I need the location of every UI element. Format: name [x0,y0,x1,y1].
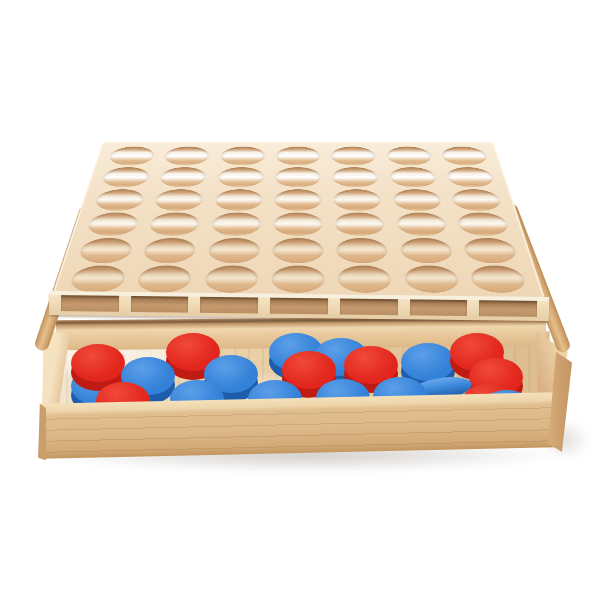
board-cell-c3r2[interactable] [211,166,270,188]
board-hole [333,189,382,211]
board-hole [100,167,151,187]
board-hole [275,167,321,187]
board-hole [272,238,323,263]
board-cell-c3r1[interactable] [214,146,271,166]
edge-slot-column-5 [340,298,398,315]
board-cell-c1r6[interactable] [60,264,135,294]
board-hole [153,189,204,211]
disc-top-face [401,343,455,381]
board-cell-c6r6[interactable] [396,264,468,294]
board-hole [331,147,376,166]
board-hole [93,189,146,211]
board-hole [462,238,519,263]
board-cell-c3r4[interactable] [204,212,268,237]
edge-post [328,298,340,314]
board-cell-c5r6[interactable] [331,264,400,294]
board-hole [445,167,496,187]
connect-four-board [51,142,545,298]
board-cell-c1r5[interactable] [70,237,141,264]
board-hole [107,147,156,166]
board-cell-c7r1[interactable] [434,146,495,166]
edge-post [258,298,270,314]
board-hole [273,213,323,236]
board-cell-c2r4[interactable] [141,212,207,237]
board-hole [85,213,140,236]
board-cell-c5r3[interactable] [327,188,388,211]
board-cell-c4r4[interactable] [267,212,330,237]
board-cell-c3r6[interactable] [196,264,265,294]
board-hole [388,167,437,187]
board-cell-c1r4[interactable] [78,212,146,237]
board-hole [336,238,389,263]
board-cell-c6r2[interactable] [382,166,443,188]
edge-post [188,297,200,313]
board-cell-c5r1[interactable] [325,146,382,166]
board-hole [395,213,448,236]
board-cell-c3r3[interactable] [207,188,268,211]
board-hole [220,147,265,166]
board-hole [142,238,197,263]
board-hole [450,189,503,211]
board-hole [271,265,325,292]
board-hole [148,213,201,236]
board-hole [159,167,208,187]
edge-post [467,300,479,316]
board-cell-c6r3[interactable] [385,188,449,211]
board-hole [399,238,454,263]
board-grid [60,146,535,294]
board-cell-c2r1[interactable] [157,146,216,166]
board-hole [337,265,392,292]
board-cell-c7r3[interactable] [444,188,510,211]
board-cell-c5r2[interactable] [326,166,385,188]
board-cell-c6r4[interactable] [389,212,455,237]
board-cell-c2r2[interactable] [152,166,213,188]
board-hole [403,265,461,292]
board-cell-c7r6[interactable] [461,264,536,294]
board-hole [276,147,320,166]
board-hole [440,147,489,166]
board-hole [77,238,134,263]
board-hole [203,265,258,292]
board-hole [274,189,322,211]
edge-post [49,295,61,311]
board-cell-c1r1[interactable] [101,146,162,166]
board-cell-c2r6[interactable] [128,264,200,294]
board-cell-c5r5[interactable] [329,237,395,264]
board-cell-c3r5[interactable] [200,237,266,264]
edge-slot-column-4 [270,298,328,315]
board-cell-c2r5[interactable] [135,237,204,264]
board-cell-c4r3[interactable] [268,188,328,211]
board-cell-c1r2[interactable] [94,166,157,188]
edge-slot-column-1 [61,295,119,312]
board-cell-c7r2[interactable] [439,166,502,188]
disc-top-face [71,344,125,382]
board-cell-c5r4[interactable] [328,212,392,237]
board-cell-c4r1[interactable] [270,146,326,166]
board-hole [385,147,432,166]
board-cell-c4r2[interactable] [269,166,327,188]
board-cell-c7r4[interactable] [449,212,517,237]
board-hole [332,167,379,187]
edge-slot-column-2 [131,296,189,313]
board-hole [68,265,128,292]
board-cell-c4r6[interactable] [264,264,332,294]
edge-slot-column-3 [200,297,258,314]
board-cell-c4r5[interactable] [265,237,330,264]
board-cell-c6r1[interactable] [380,146,439,166]
board-cell-c1r3[interactable] [87,188,153,211]
board-hole [392,189,443,211]
edge-post [119,296,131,312]
board-front-edge [49,291,549,321]
board-hole [468,265,528,292]
board-cell-c6r5[interactable] [392,237,461,264]
board-hole [136,265,194,292]
board-hole [211,213,262,236]
board-hole [217,167,264,187]
edge-post [537,301,549,317]
board-cell-c7r5[interactable] [455,237,526,264]
board-hole [456,213,511,236]
board-cell-c2r3[interactable] [147,188,211,211]
product-photo-stage [0,0,600,600]
edge-post [397,299,409,315]
tray-front-wall [39,392,558,459]
edge-slot-column-7 [479,300,537,317]
board-hole [214,189,263,211]
board-hole [207,238,260,263]
edge-slot-column-6 [409,299,467,316]
board-hole [163,147,210,166]
board-hole [335,213,386,236]
